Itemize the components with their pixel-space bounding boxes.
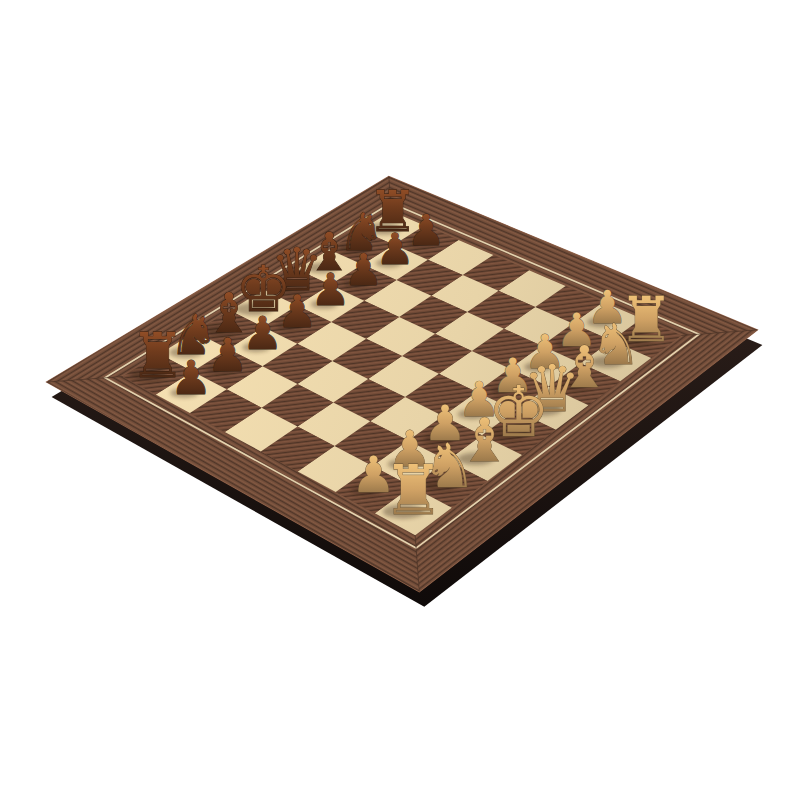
piece-black-pawn-g7[interactable]: ♟ <box>207 328 248 382</box>
chessboard: ♜♟♞♟♝♟♛♟♚♟♟♝♜♟♟♞♞♟♟♜♝♟♟♛♟♚♟♝♟♞♟♜ <box>0 0 800 800</box>
piece-black-pawn-f7[interactable]: ♟ <box>242 307 283 360</box>
piece-white-rook-h1[interactable]: ♜ <box>383 451 444 530</box>
chess-set-photo: ♜♟♞♟♝♟♛♟♚♟♟♝♜♟♟♞♞♟♟♜♝♟♟♛♟♚♟♝♟♞♟♜ <box>0 0 800 800</box>
piece-black-pawn-h7[interactable]: ♟ <box>170 351 212 405</box>
